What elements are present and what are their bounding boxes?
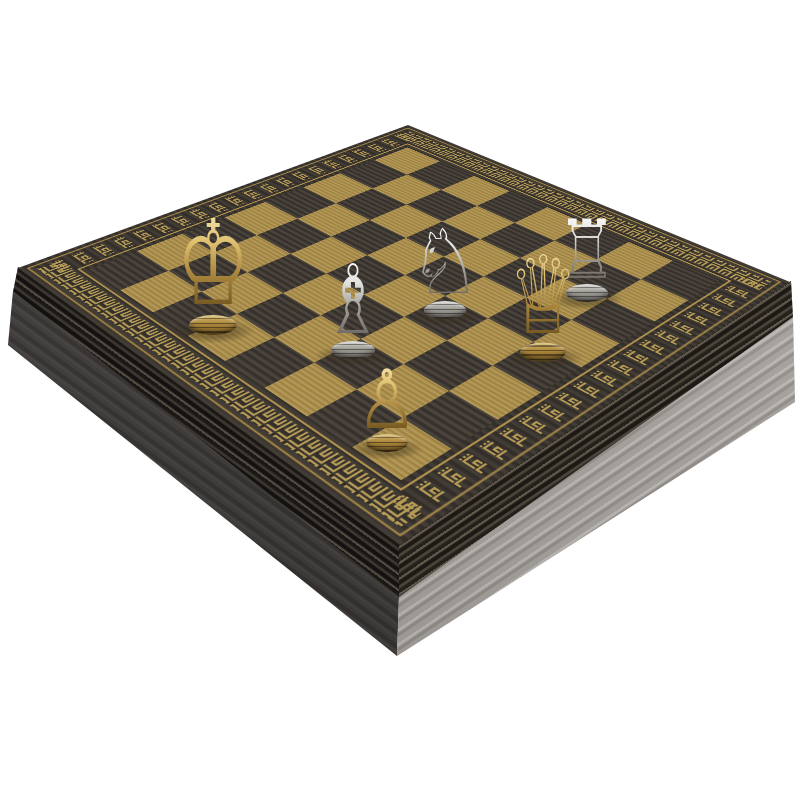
queen-piece-glyph: ♕ — [435, 246, 651, 345]
bishop-piece-glyph: ♗ — [245, 256, 461, 344]
pawn-piece-glyph: ♙ — [264, 362, 510, 437]
product-photo-stage: ♔♗♘♕♖♙ — [0, 0, 800, 800]
